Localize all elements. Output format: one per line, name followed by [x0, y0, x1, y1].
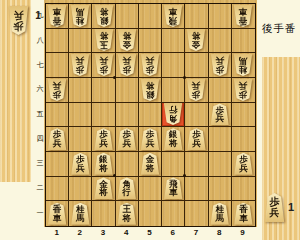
piece-gote-金将-53[interactable]: 金将	[140, 153, 160, 175]
piece-kanji: 兵	[76, 164, 85, 173]
square-92[interactable]	[232, 177, 255, 202]
square-87[interactable]: 歩兵	[209, 53, 232, 78]
piece-kanji: 将	[99, 7, 108, 16]
piece-gote-金将-32[interactable]: 金将	[94, 177, 114, 199]
piece-kanji: 車	[53, 7, 62, 16]
rank-labels: 九八七六五四三二一	[35, 3, 45, 225]
piece-kanji: 兵	[99, 56, 108, 65]
piece-sente-金将-78[interactable]: 金将	[186, 29, 206, 51]
square-22[interactable]	[69, 177, 92, 202]
square-37[interactable]: 歩兵	[92, 53, 115, 78]
piece-gote-王将-41[interactable]: 王将	[117, 203, 137, 225]
piece-kanji: 兵	[53, 139, 62, 148]
piece-kanji: 歩	[123, 65, 132, 74]
piece-sente-歩兵-76[interactable]: 歩兵	[186, 79, 206, 101]
rank-label-五: 五	[35, 102, 45, 127]
piece-kanji: 歩	[270, 197, 280, 208]
square-13[interactable]	[46, 152, 69, 177]
piece-kanji: 馬	[76, 7, 85, 16]
square-16[interactable]: 歩兵	[46, 78, 69, 103]
piece-kanji: 歩	[76, 65, 85, 74]
file-labels: 123456789	[45, 226, 254, 239]
file-label-9: 9	[231, 226, 254, 239]
turn-label: 後手番	[262, 22, 297, 36]
piece-sente-桂馬-97[interactable]: 桂馬	[233, 54, 253, 76]
square-53[interactable]: 金将	[139, 152, 162, 177]
piece-kanji: 車	[169, 188, 178, 197]
piece-kanji: 飛	[169, 16, 178, 25]
piece-kanji: 将	[123, 32, 132, 41]
square-97[interactable]: 桂馬	[232, 53, 255, 78]
piece-gote-香車-91[interactable]: 香車	[233, 203, 253, 225]
rank-label-四: 四	[35, 126, 45, 151]
piece-kanji: 桂	[76, 16, 85, 25]
square-58[interactable]	[139, 29, 162, 54]
piece-gote-桂馬-21[interactable]: 桂馬	[70, 203, 90, 225]
file-label-5: 5	[138, 226, 161, 239]
rank-label-一: 一	[35, 200, 45, 225]
square-14[interactable]: 歩兵	[46, 127, 69, 152]
square-19[interactable]: 香車	[46, 4, 69, 29]
piece-kanji: 兵	[99, 139, 108, 148]
piece-kanji: 金	[192, 40, 201, 49]
square-93[interactable]: 歩兵	[232, 152, 255, 177]
square-95[interactable]	[232, 103, 255, 128]
piece-gote-歩兵-34[interactable]: 歩兵	[94, 128, 114, 150]
piece-sente-銀将-56[interactable]: 銀将	[140, 79, 160, 101]
square-34[interactable]: 歩兵	[92, 127, 115, 152]
square-61[interactable]	[162, 201, 185, 226]
piece-gote-歩兵-85[interactable]: 歩兵	[210, 103, 230, 125]
piece-kanji: 兵	[192, 139, 201, 148]
piece-gote-飛車-62[interactable]: 飛車	[163, 177, 183, 199]
piece-sente-歩兵-96[interactable]: 歩兵	[233, 79, 253, 101]
square-25[interactable]	[69, 103, 92, 128]
piece-kanji: 車	[239, 214, 248, 223]
piece-kanji: 銀	[146, 90, 155, 99]
piece-gote-歩兵-14[interactable]: 歩兵	[47, 128, 67, 150]
file-label-6: 6	[161, 226, 184, 239]
hand-piece-gote-歩兵[interactable]: 歩兵	[264, 193, 285, 222]
square-39[interactable]: 銀将	[92, 4, 115, 29]
piece-gote-歩兵-23[interactable]: 歩兵	[70, 153, 90, 175]
piece-kanji: 行	[123, 188, 132, 197]
file-label-3: 3	[91, 226, 114, 239]
square-31[interactable]	[92, 201, 115, 226]
square-44[interactable]: 歩兵	[116, 127, 139, 152]
square-66[interactable]	[162, 78, 185, 103]
piece-sente-香車-99[interactable]: 香車	[233, 5, 253, 27]
square-94[interactable]	[232, 127, 255, 152]
square-49[interactable]	[116, 4, 139, 29]
piece-kanji: 馬	[215, 214, 224, 223]
square-35[interactable]	[92, 103, 115, 128]
square-62[interactable]: 飛車	[162, 177, 185, 202]
piece-kanji: 兵	[146, 56, 155, 65]
square-72[interactable]	[185, 177, 208, 202]
square-33[interactable]: 銀将	[92, 152, 115, 177]
piece-kanji: 将	[99, 32, 108, 41]
square-67[interactable]	[162, 53, 185, 78]
square-76[interactable]: 歩兵	[185, 78, 208, 103]
piece-kanji: 将	[123, 214, 132, 223]
hand-piece-sente-歩兵[interactable]: 歩兵	[8, 6, 29, 35]
piece-sente-金将-48[interactable]: 金将	[117, 29, 137, 51]
piece-kanji: 銀	[99, 16, 108, 25]
piece-kanji: 歩	[146, 65, 155, 74]
piece-sente-歩兵-27[interactable]: 歩兵	[70, 54, 90, 76]
piece-kanji: 角	[169, 114, 178, 123]
rank-label-二: 二	[35, 176, 45, 201]
piece-kanji: 兵	[53, 81, 62, 90]
piece-kanji: 香	[239, 16, 248, 25]
piece-sente-飛車-69[interactable]: 飛車	[163, 5, 183, 27]
piece-kanji: 兵	[239, 164, 248, 173]
piece-kanji: 将	[146, 81, 155, 90]
piece-kanji: 兵	[192, 81, 201, 90]
piece-gote-銀将-33[interactable]: 銀将	[94, 153, 114, 175]
piece-kanji: 将	[99, 164, 108, 173]
square-12[interactable]	[46, 177, 69, 202]
square-21[interactable]: 桂馬	[69, 201, 92, 226]
sente-hand-tray[interactable]: 歩兵	[0, 0, 31, 182]
square-38[interactable]: 玉将	[92, 29, 115, 54]
piece-kanji: 車	[239, 7, 248, 16]
piece-gote-桂馬-81[interactable]: 桂馬	[210, 203, 230, 225]
piece-sente-銀将-39[interactable]: 銀将	[94, 5, 114, 27]
piece-kanji: 兵	[146, 139, 155, 148]
rank-label-三: 三	[35, 151, 45, 176]
square-28[interactable]	[69, 29, 92, 54]
square-18[interactable]	[46, 29, 69, 54]
board-grid: 香車桂馬銀将飛車香車玉将金将金将歩兵歩兵歩兵歩兵歩兵桂馬歩兵銀将歩兵歩兵角行歩兵…	[45, 3, 256, 227]
piece-gote-角行-42[interactable]: 角行	[117, 177, 137, 199]
square-36[interactable]	[92, 78, 115, 103]
file-label-4: 4	[115, 226, 138, 239]
file-label-7: 7	[184, 226, 207, 239]
piece-sente-歩兵-87[interactable]: 歩兵	[210, 54, 230, 76]
piece-sente-桂馬-29[interactable]: 桂馬	[70, 5, 90, 27]
square-32[interactable]: 金将	[92, 177, 115, 202]
piece-sente-角行-65[interactable]: 角行	[163, 103, 183, 125]
square-46[interactable]	[116, 78, 139, 103]
square-57[interactable]: 歩兵	[139, 53, 162, 78]
square-82[interactable]	[209, 177, 232, 202]
square-43[interactable]	[116, 152, 139, 177]
piece-kanji: 兵	[14, 10, 24, 21]
square-65[interactable]: 角行	[162, 103, 185, 128]
piece-kanji: 歩	[192, 90, 201, 99]
square-11[interactable]: 香車	[46, 201, 69, 226]
square-29[interactable]: 桂馬	[69, 4, 92, 29]
square-75[interactable]	[185, 103, 208, 128]
piece-kanji: 兵	[123, 139, 132, 148]
piece-kanji: 車	[53, 214, 62, 223]
piece-gote-香車-11[interactable]: 香車	[47, 203, 67, 225]
square-59[interactable]	[139, 4, 162, 29]
piece-kanji: 玉	[99, 40, 108, 49]
rank-label-九: 九	[35, 3, 45, 28]
file-label-8: 8	[208, 226, 231, 239]
piece-kanji: 兵	[270, 208, 280, 219]
piece-kanji: 将	[192, 32, 201, 41]
square-83[interactable]	[209, 152, 232, 177]
piece-kanji: 馬	[239, 56, 248, 65]
piece-kanji: 兵	[123, 56, 132, 65]
square-84[interactable]	[209, 127, 232, 152]
square-45[interactable]	[116, 103, 139, 128]
square-27[interactable]: 歩兵	[69, 53, 92, 78]
square-17[interactable]	[46, 53, 69, 78]
piece-kanji: 馬	[76, 214, 85, 223]
square-26[interactable]	[69, 78, 92, 103]
piece-sente-歩兵-37[interactable]: 歩兵	[94, 54, 114, 76]
piece-sente-玉将-38[interactable]: 玉将	[94, 29, 114, 51]
piece-gote-銀将-64[interactable]: 銀将	[163, 128, 183, 150]
piece-kanji: 行	[169, 106, 178, 115]
piece-sente-歩兵-16[interactable]: 歩兵	[47, 79, 67, 101]
piece-kanji: 香	[53, 16, 62, 25]
square-15[interactable]	[46, 103, 69, 128]
square-41[interactable]: 王将	[116, 201, 139, 226]
piece-kanji: 車	[169, 7, 178, 16]
square-42[interactable]: 角行	[116, 177, 139, 202]
square-77[interactable]	[185, 53, 208, 78]
piece-kanji: 兵	[215, 56, 224, 65]
square-23[interactable]: 歩兵	[69, 152, 92, 177]
piece-kanji: 歩	[99, 65, 108, 74]
square-55[interactable]	[139, 103, 162, 128]
piece-kanji: 金	[123, 40, 132, 49]
rank-label-八: 八	[35, 28, 45, 53]
square-96[interactable]: 歩兵	[232, 78, 255, 103]
square-73[interactable]	[185, 152, 208, 177]
file-label-2: 2	[68, 226, 91, 239]
rank-label-六: 六	[35, 77, 45, 102]
square-56[interactable]: 銀将	[139, 78, 162, 103]
square-51[interactable]	[139, 201, 162, 226]
square-74[interactable]: 歩兵	[185, 127, 208, 152]
piece-gote-歩兵-74[interactable]: 歩兵	[186, 128, 206, 150]
piece-gote-歩兵-93[interactable]: 歩兵	[233, 153, 253, 175]
piece-kanji: 兵	[239, 81, 248, 90]
square-79[interactable]	[185, 4, 208, 29]
piece-kanji: 兵	[76, 56, 85, 65]
square-68[interactable]	[162, 29, 185, 54]
square-78[interactable]: 金将	[185, 29, 208, 54]
square-69[interactable]: 飛車	[162, 4, 185, 29]
square-91[interactable]: 香車	[232, 201, 255, 226]
square-86[interactable]	[209, 78, 232, 103]
piece-kanji: 将	[146, 164, 155, 173]
square-81[interactable]: 桂馬	[209, 201, 232, 226]
square-88[interactable]	[209, 29, 232, 54]
piece-kanji: 桂	[239, 65, 248, 74]
piece-sente-香車-19[interactable]: 香車	[47, 5, 67, 27]
square-89[interactable]	[209, 4, 232, 29]
square-64[interactable]: 銀将	[162, 127, 185, 152]
file-label-1: 1	[45, 226, 68, 239]
square-48[interactable]: 金将	[116, 29, 139, 54]
piece-sente-歩兵-47[interactable]: 歩兵	[117, 54, 137, 76]
piece-gote-歩兵-54[interactable]: 歩兵	[140, 128, 160, 150]
piece-kanji: 歩	[215, 65, 224, 74]
gote-hand-count: 1	[285, 201, 297, 213]
square-98[interactable]	[232, 29, 255, 54]
piece-sente-歩兵-57[interactable]: 歩兵	[140, 54, 160, 76]
square-71[interactable]	[185, 201, 208, 226]
piece-kanji: 歩	[14, 21, 24, 32]
square-99[interactable]: 香車	[232, 4, 255, 29]
piece-kanji: 歩	[53, 90, 62, 99]
square-24[interactable]	[69, 127, 92, 152]
square-54[interactable]: 歩兵	[139, 127, 162, 152]
piece-kanji: 将	[169, 139, 178, 148]
piece-kanji: 将	[99, 188, 108, 197]
square-47[interactable]: 歩兵	[116, 53, 139, 78]
square-85[interactable]: 歩兵	[209, 103, 232, 128]
rank-label-七: 七	[35, 52, 45, 77]
piece-gote-歩兵-44[interactable]: 歩兵	[117, 128, 137, 150]
piece-kanji: 歩	[239, 90, 248, 99]
turn-panel: 後手番	[258, 0, 300, 57]
square-63[interactable]	[162, 152, 185, 177]
piece-kanji: 兵	[215, 114, 224, 123]
square-52[interactable]	[139, 177, 162, 202]
shogi-app: 歩兵 1 香車桂馬銀将飛車香車玉将金将金将歩兵歩兵歩兵歩兵歩兵桂馬歩兵銀将歩兵歩…	[0, 0, 300, 240]
